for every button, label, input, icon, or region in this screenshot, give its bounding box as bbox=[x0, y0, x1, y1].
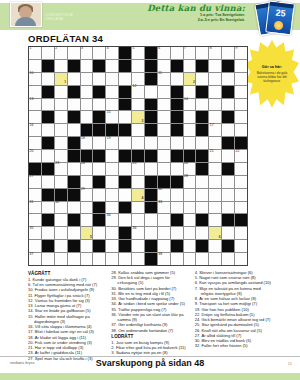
grid-cell-black bbox=[222, 214, 234, 226]
grid-cell[interactable] bbox=[222, 47, 234, 59]
grid-cell[interactable] bbox=[93, 73, 105, 85]
clue-number: 30 bbox=[158, 188, 162, 191]
clue-number: 3 bbox=[81, 47, 83, 50]
grid-cell[interactable] bbox=[119, 163, 131, 175]
grid-cell[interactable] bbox=[196, 176, 208, 188]
clue-number: 26 bbox=[184, 162, 188, 165]
clue-number: 32 bbox=[55, 201, 59, 204]
grid-cell-black bbox=[145, 73, 157, 85]
grid-cell[interactable] bbox=[196, 47, 208, 59]
grid-cell[interactable] bbox=[235, 99, 247, 111]
grid-cell[interactable] bbox=[145, 86, 157, 98]
grid-cell[interactable] bbox=[68, 163, 80, 175]
grid-cell[interactable] bbox=[184, 214, 196, 226]
clue-list-header: VÅGRÄTT bbox=[28, 271, 105, 276]
grid-cell[interactable] bbox=[81, 176, 93, 188]
yellow-answer-digit: 2 bbox=[193, 81, 195, 84]
grid-cell-black bbox=[106, 124, 118, 136]
grid-cell[interactable] bbox=[29, 240, 41, 252]
grid-cell[interactable] bbox=[158, 163, 170, 175]
clue: 32. Faller fort efter hösten (5) bbox=[195, 343, 272, 348]
grid-cell[interactable] bbox=[171, 253, 183, 265]
grid-cell-yellow[interactable]: 6 bbox=[209, 227, 221, 239]
grid-cell[interactable] bbox=[196, 137, 208, 149]
grid-cell[interactable] bbox=[68, 227, 80, 239]
grid-cell[interactable]: 29 bbox=[81, 189, 93, 201]
grid-cell[interactable] bbox=[68, 99, 80, 111]
starburst-body: Bokstäverna i de gula rutorna bildar här… bbox=[254, 71, 290, 83]
grid-cell-black bbox=[55, 189, 67, 201]
grid-cell[interactable] bbox=[145, 163, 157, 175]
constructor-photo bbox=[10, 2, 42, 27]
grid-cell-black bbox=[222, 86, 234, 98]
grid-cell[interactable] bbox=[106, 150, 118, 162]
grid-cell[interactable] bbox=[106, 176, 118, 188]
grid-cell[interactable] bbox=[209, 240, 221, 252]
grid-cell[interactable] bbox=[42, 150, 54, 162]
grid-cell[interactable]: 17 bbox=[209, 124, 221, 136]
grid-cell[interactable] bbox=[55, 124, 67, 136]
grid-cell[interactable] bbox=[93, 47, 105, 59]
grid-cell[interactable] bbox=[158, 99, 170, 111]
clue-number: 14 bbox=[184, 98, 188, 101]
clue-number: 15 bbox=[107, 111, 111, 114]
clue-number: 31 bbox=[30, 201, 34, 204]
grid-cell[interactable]: 33 bbox=[158, 202, 170, 214]
grid-cell[interactable] bbox=[171, 137, 183, 149]
clue: 38. Om ordinerande kortändan (7) bbox=[111, 328, 188, 333]
grid-cell-black bbox=[68, 111, 80, 123]
grid-cell-black bbox=[196, 124, 208, 136]
grid-cell[interactable] bbox=[158, 227, 170, 239]
grid-cell[interactable] bbox=[55, 227, 67, 239]
grid-cell[interactable] bbox=[184, 124, 196, 136]
grid-cell[interactable] bbox=[222, 99, 234, 111]
grid-cell-black bbox=[68, 60, 80, 72]
photo-shoulders bbox=[15, 17, 36, 26]
grid-cell[interactable] bbox=[106, 189, 118, 201]
clue-number: 34 bbox=[107, 214, 111, 217]
grid-cell-black bbox=[119, 47, 131, 59]
grid-cell[interactable] bbox=[235, 111, 247, 123]
grid-cell[interactable]: 31 bbox=[29, 202, 41, 214]
grid-cell-black bbox=[119, 176, 131, 188]
clue: 29. Den fick väl dega i sågen för cirkus… bbox=[111, 275, 188, 285]
grid-cell[interactable] bbox=[222, 73, 234, 85]
grid-cell[interactable] bbox=[81, 111, 93, 123]
grid-cell[interactable] bbox=[55, 240, 67, 252]
grid-cell-black bbox=[119, 202, 131, 214]
grid-cell[interactable]: 34 bbox=[106, 214, 118, 226]
grid-cell-black bbox=[93, 176, 105, 188]
grid-cell-black bbox=[184, 150, 196, 162]
grid-cell[interactable] bbox=[42, 176, 54, 188]
grid-cell[interactable] bbox=[171, 47, 183, 59]
ticket-number: 25 bbox=[268, 7, 293, 20]
grid-cell[interactable] bbox=[158, 150, 170, 162]
grid-cell-yellow[interactable]: 2 bbox=[184, 73, 196, 85]
grid-cell[interactable] bbox=[158, 124, 170, 136]
grid-cell[interactable]: 12 bbox=[132, 86, 144, 98]
grid-cell[interactable] bbox=[145, 227, 157, 239]
grid-cell[interactable] bbox=[29, 189, 41, 201]
grid-cell-black bbox=[235, 214, 247, 226]
clue-column-3: 4. Skriver i konsertsättningar (6)5. Någ… bbox=[195, 270, 272, 361]
grid-cell[interactable] bbox=[158, 214, 170, 226]
clue-number: 29 bbox=[81, 188, 85, 191]
grid-cell-black bbox=[93, 86, 105, 98]
grid-cell[interactable] bbox=[132, 124, 144, 136]
grid-cell-black bbox=[42, 111, 54, 123]
grid-cell-black bbox=[196, 150, 208, 162]
grid-cell[interactable] bbox=[93, 189, 105, 201]
grid-cell[interactable] bbox=[132, 202, 144, 214]
grid-cell[interactable]: 16 bbox=[29, 124, 41, 136]
grid-cell[interactable] bbox=[106, 60, 118, 72]
yellow-answer-digit: 6 bbox=[219, 236, 221, 239]
grid-cell-black bbox=[119, 99, 131, 111]
grid-cell-black bbox=[145, 176, 157, 188]
grid-cell[interactable] bbox=[132, 253, 144, 265]
grid-cell[interactable] bbox=[119, 73, 131, 85]
grid-cell-black bbox=[119, 124, 131, 136]
grid-cell[interactable] bbox=[55, 214, 67, 226]
grid-cell[interactable] bbox=[132, 214, 144, 226]
grid-cell[interactable]: 21 bbox=[209, 150, 221, 162]
grid-cell[interactable] bbox=[235, 163, 247, 175]
grid-cell[interactable]: 36 bbox=[132, 227, 144, 239]
grid-cell[interactable] bbox=[106, 202, 118, 214]
grid-cell[interactable]: 30 bbox=[158, 189, 170, 201]
grid-cell-black bbox=[119, 60, 131, 72]
grid-cell[interactable] bbox=[68, 73, 80, 85]
grid-cell-black bbox=[68, 189, 80, 201]
photo-caption: KONSTRUKTÖR AV ORDFLÄTAN bbox=[45, 14, 73, 21]
grid-cell[interactable] bbox=[171, 189, 183, 201]
grid-cell[interactable] bbox=[158, 137, 170, 149]
grid-cell[interactable] bbox=[132, 137, 144, 149]
grid-cell[interactable]: 7 bbox=[184, 47, 196, 59]
grid-cell-black bbox=[171, 240, 183, 252]
grid-cell[interactable]: 11 bbox=[158, 73, 170, 85]
grid-cell[interactable]: 20 bbox=[29, 150, 41, 162]
grid-cell[interactable] bbox=[209, 99, 221, 111]
clue-number: 5 bbox=[133, 47, 135, 50]
grid-cell[interactable]: 18 bbox=[81, 137, 93, 149]
clue-number: 6 bbox=[158, 47, 160, 50]
grid-cell-black bbox=[68, 86, 80, 98]
grid-cell[interactable] bbox=[145, 137, 157, 149]
grid-cell-black bbox=[196, 163, 208, 175]
grid-cell[interactable] bbox=[106, 99, 118, 111]
grid-cell[interactable] bbox=[55, 99, 67, 111]
grid-cell[interactable] bbox=[209, 202, 221, 214]
grid-cell[interactable]: 24 bbox=[81, 163, 93, 175]
clue-number: 38 bbox=[158, 253, 162, 256]
grid-cell[interactable] bbox=[184, 86, 196, 98]
grid-cell[interactable] bbox=[132, 60, 144, 72]
grid-cell[interactable] bbox=[222, 253, 234, 265]
grid-cell[interactable] bbox=[196, 189, 208, 201]
grid-cell[interactable] bbox=[209, 163, 221, 175]
grid-cell-yellow[interactable]: 4 bbox=[132, 189, 144, 201]
grid-cell[interactable] bbox=[209, 214, 221, 226]
grid-cell[interactable] bbox=[235, 86, 247, 98]
grid-cell[interactable] bbox=[55, 150, 67, 162]
grid-cell[interactable] bbox=[29, 111, 41, 123]
grid-cell[interactable] bbox=[42, 47, 54, 59]
grid-cell[interactable] bbox=[68, 47, 80, 59]
grid-cell[interactable] bbox=[184, 60, 196, 72]
grid-cell[interactable] bbox=[106, 73, 118, 85]
grid-cell-black bbox=[42, 163, 54, 175]
clue-number: 10 bbox=[30, 72, 34, 75]
grid-cell[interactable] bbox=[171, 163, 183, 175]
grid-cell[interactable] bbox=[55, 60, 67, 72]
grid-cell[interactable] bbox=[119, 111, 131, 123]
grid-cell[interactable] bbox=[81, 214, 93, 226]
grid-cell-black bbox=[29, 163, 41, 175]
crossword-grid: 1234567891011121213141531617181920212223… bbox=[29, 47, 247, 265]
grid-cell[interactable] bbox=[81, 253, 93, 265]
grid-cell[interactable] bbox=[158, 60, 170, 72]
grid-cell-black bbox=[145, 240, 157, 252]
grid-cell[interactable] bbox=[119, 253, 131, 265]
grid-cell-black bbox=[42, 86, 54, 98]
grid-cell[interactable]: 1 bbox=[29, 47, 41, 59]
grid-cell[interactable]: 14 bbox=[184, 99, 196, 111]
clue-number: 35 bbox=[30, 227, 34, 230]
grid-cell[interactable] bbox=[106, 163, 118, 175]
grid-cell-black bbox=[145, 189, 157, 201]
grid-cell[interactable] bbox=[235, 176, 247, 188]
grid-cell[interactable]: 6 bbox=[158, 47, 170, 59]
grid-cell[interactable] bbox=[81, 73, 93, 85]
grid-cell[interactable] bbox=[68, 124, 80, 136]
grid-cell[interactable] bbox=[209, 137, 221, 149]
grid-cell[interactable] bbox=[184, 227, 196, 239]
grid-cell-black bbox=[68, 240, 80, 252]
grid-cell-black bbox=[93, 111, 105, 123]
grid-cell[interactable] bbox=[158, 240, 170, 252]
grid-cell-black bbox=[171, 86, 183, 98]
grid-cell[interactable] bbox=[235, 124, 247, 136]
clue: 10. Frodas även i asfaltsdjungeln (9) bbox=[28, 287, 105, 292]
clue-number: 22 bbox=[236, 150, 240, 153]
clue-number: 16 bbox=[30, 124, 34, 127]
grid-cell[interactable]: 4 bbox=[106, 47, 118, 59]
grid-cell[interactable]: 32 bbox=[55, 202, 67, 214]
grid-cell[interactable] bbox=[184, 253, 196, 265]
grid-cell[interactable] bbox=[29, 137, 41, 149]
grid-cell-black bbox=[222, 111, 234, 123]
grid-cell[interactable] bbox=[209, 189, 221, 201]
grid-cell[interactable] bbox=[235, 73, 247, 85]
grid-cell[interactable]: 3 bbox=[81, 47, 93, 59]
grid-cell[interactable] bbox=[81, 99, 93, 111]
grid-cell-yellow[interactable]: 3 bbox=[132, 111, 144, 123]
yellow-answer-digit: 4 bbox=[142, 197, 144, 200]
grid-cell[interactable] bbox=[235, 60, 247, 72]
grid-cell[interactable] bbox=[209, 86, 221, 98]
grid-cell[interactable] bbox=[222, 189, 234, 201]
grid-cell[interactable] bbox=[42, 73, 54, 85]
grid-cell[interactable] bbox=[209, 253, 221, 265]
crossword-board: 1234567891011121213141531617181920212223… bbox=[28, 46, 248, 266]
grid-cell[interactable] bbox=[209, 73, 221, 85]
grid-cell-yellow[interactable]: 1 bbox=[55, 73, 67, 85]
grid-cell[interactable] bbox=[184, 189, 196, 201]
lottery-ticket-image: 25 bbox=[255, 1, 295, 35]
grid-cell[interactable]: 22 bbox=[235, 150, 247, 162]
grid-cell[interactable] bbox=[209, 176, 221, 188]
grid-cell[interactable]: 27 bbox=[29, 176, 41, 188]
grid-cell[interactable] bbox=[93, 137, 105, 149]
grid-cell[interactable] bbox=[235, 227, 247, 239]
grid-cell[interactable] bbox=[196, 253, 208, 265]
grid-cell-black bbox=[42, 214, 54, 226]
grid-cell[interactable] bbox=[222, 124, 234, 136]
page-number: 11 bbox=[288, 361, 292, 366]
grid-cell[interactable] bbox=[106, 240, 118, 252]
grid-cell[interactable] bbox=[196, 73, 208, 85]
grid-cell[interactable] bbox=[55, 176, 67, 188]
grid-cell[interactable] bbox=[158, 111, 170, 123]
grid-cell[interactable] bbox=[42, 99, 54, 111]
grid-cell[interactable] bbox=[184, 202, 196, 214]
grid-cell[interactable] bbox=[171, 227, 183, 239]
grid-cell[interactable] bbox=[196, 202, 208, 214]
grid-cell-black bbox=[145, 111, 157, 123]
grid-cell[interactable] bbox=[196, 99, 208, 111]
grid-cell[interactable] bbox=[55, 86, 67, 98]
starburst-title: Gör så här: bbox=[254, 65, 290, 70]
clue: 7. Skyr en talesätt på en kvinna med rel… bbox=[195, 286, 272, 296]
grid-cell[interactable] bbox=[222, 227, 234, 239]
grid-cell-black bbox=[158, 176, 170, 188]
grid-cell[interactable]: 38 bbox=[158, 253, 170, 265]
grid-cell-black bbox=[93, 60, 105, 72]
bottom-green-bar bbox=[0, 373, 300, 380]
grid-cell[interactable] bbox=[81, 202, 93, 214]
grid-cell[interactable] bbox=[222, 176, 234, 188]
grid-cell[interactable] bbox=[119, 189, 131, 201]
grid-cell[interactable] bbox=[42, 253, 54, 265]
grid-cell[interactable] bbox=[93, 253, 105, 265]
grid-cell[interactable]: 8 bbox=[209, 47, 221, 59]
grid-cell-black bbox=[171, 150, 183, 162]
grid-cell[interactable] bbox=[235, 202, 247, 214]
grid-cell[interactable] bbox=[81, 86, 93, 98]
grid-cell[interactable] bbox=[132, 176, 144, 188]
grid-cell-black bbox=[145, 124, 157, 136]
grid-cell[interactable] bbox=[93, 163, 105, 175]
grid-cell[interactable] bbox=[55, 137, 67, 149]
clue-number: 4 bbox=[107, 47, 109, 50]
grid-cell[interactable] bbox=[235, 253, 247, 265]
grid-cell[interactable]: 28 bbox=[184, 176, 196, 188]
grid-cell[interactable] bbox=[81, 240, 93, 252]
grid-cell[interactable]: 13 bbox=[29, 99, 41, 111]
clue: 17. Blixt i fabrikat som styr en säl (3) bbox=[28, 329, 105, 334]
grid-cell[interactable] bbox=[55, 253, 67, 265]
grid-cell[interactable] bbox=[132, 99, 144, 111]
grid-cell[interactable]: 9 bbox=[235, 47, 247, 59]
grid-cell[interactable] bbox=[196, 227, 208, 239]
grid-cell[interactable]: 10 bbox=[29, 73, 41, 85]
grid-cell[interactable] bbox=[68, 253, 80, 265]
grid-cell-black bbox=[42, 137, 54, 149]
clue-number: 1 bbox=[30, 47, 32, 50]
grid-cell[interactable] bbox=[93, 99, 105, 111]
grid-cell[interactable] bbox=[184, 111, 196, 123]
grid-cell[interactable] bbox=[171, 202, 183, 214]
grid-cell[interactable]: 25 bbox=[132, 163, 144, 175]
grid-cell-black bbox=[196, 214, 208, 226]
grid-cell[interactable] bbox=[106, 227, 118, 239]
grid-cell[interactable] bbox=[184, 240, 196, 252]
grid-cell[interactable]: 19 bbox=[106, 137, 118, 149]
grid-cell[interactable] bbox=[42, 124, 54, 136]
grid-cell[interactable] bbox=[209, 111, 221, 123]
grid-cell-yellow[interactable]: 5 bbox=[81, 227, 93, 239]
grid-cell-black bbox=[171, 99, 183, 111]
grid-cell[interactable]: 5 bbox=[132, 47, 144, 59]
grid-cell[interactable] bbox=[29, 60, 41, 72]
grid-cell[interactable] bbox=[209, 60, 221, 72]
grid-cell-black bbox=[132, 150, 144, 162]
grid-cell[interactable]: 35 bbox=[29, 227, 41, 239]
clue: 6. Kan vyssjas på armlängds avstånd (10) bbox=[195, 280, 272, 285]
clue-number: 2 bbox=[55, 47, 57, 50]
grid-cell[interactable] bbox=[235, 189, 247, 201]
grid-cell[interactable] bbox=[145, 214, 157, 226]
grid-cell[interactable] bbox=[158, 86, 170, 98]
grid-cell[interactable]: 23 bbox=[55, 163, 67, 175]
grid-cell[interactable] bbox=[106, 86, 118, 98]
grid-cell[interactable] bbox=[29, 86, 41, 98]
clue: 36. Vänder inte på sin slant utan klär p… bbox=[111, 312, 188, 322]
grid-cell[interactable] bbox=[42, 202, 54, 214]
grid-cell[interactable] bbox=[93, 227, 105, 239]
grid-cell[interactable]: 15 bbox=[106, 111, 118, 123]
grid-cell[interactable] bbox=[132, 240, 144, 252]
grid-cell-black bbox=[145, 99, 157, 111]
clue-number: 7 bbox=[184, 47, 186, 50]
grid-cell[interactable]: 2 bbox=[55, 47, 67, 59]
grid-cell[interactable] bbox=[132, 73, 144, 85]
grid-cell[interactable] bbox=[55, 111, 67, 123]
grid-cell[interactable] bbox=[29, 214, 41, 226]
clue-number: 13 bbox=[30, 98, 34, 101]
grid-cell[interactable] bbox=[81, 60, 93, 72]
grid-cell[interactable] bbox=[119, 214, 131, 226]
grid-cell[interactable] bbox=[42, 227, 54, 239]
grid-cell[interactable]: 37 bbox=[29, 253, 41, 265]
instruction-starburst: Gör så här: Bokstäverna i de gula rutorn… bbox=[245, 40, 299, 108]
grid-cell[interactable] bbox=[222, 202, 234, 214]
grid-cell[interactable] bbox=[106, 253, 118, 265]
grid-cell[interactable] bbox=[184, 137, 196, 149]
grid-cell[interactable] bbox=[235, 240, 247, 252]
clue: 34. Är sedan i bred som spelar under (5) bbox=[111, 301, 188, 306]
grid-cell[interactable] bbox=[119, 137, 131, 149]
grid-cell[interactable] bbox=[171, 73, 183, 85]
grid-cell[interactable] bbox=[68, 202, 80, 214]
grid-cell[interactable]: 26 bbox=[184, 163, 196, 175]
grid-cell[interactable] bbox=[222, 150, 234, 162]
clue-number: 8 bbox=[210, 47, 212, 50]
